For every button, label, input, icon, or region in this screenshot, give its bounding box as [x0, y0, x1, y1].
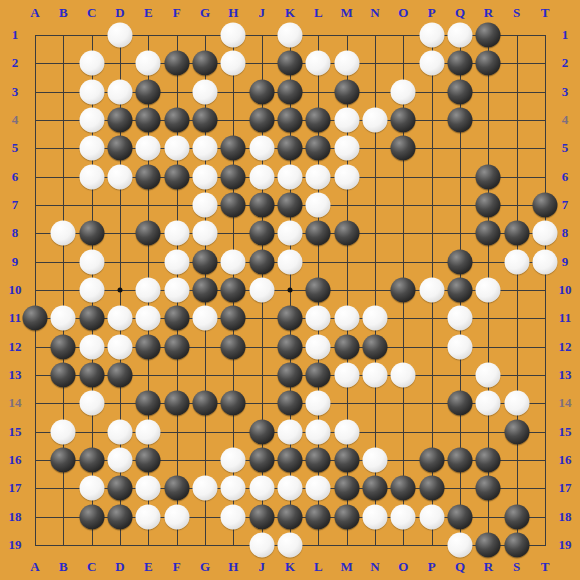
- stone-black: ●: [221, 306, 246, 331]
- column-label-top: Q: [455, 5, 465, 21]
- stone-white: ●: [51, 419, 76, 444]
- stone-white: ●: [334, 136, 359, 161]
- stone-white: ●: [108, 448, 133, 473]
- column-label-bottom: H: [228, 559, 238, 575]
- row-label-right: 11: [559, 310, 571, 326]
- row-label-left: 5: [12, 140, 19, 156]
- column-label-bottom: R: [484, 559, 493, 575]
- stone-white: ●: [533, 249, 558, 274]
- stone-black: ●: [136, 334, 161, 359]
- stone-black: ●: [278, 334, 303, 359]
- column-label-top: H: [228, 5, 238, 21]
- stone-white: ●: [334, 108, 359, 133]
- stone-white: ●: [193, 79, 218, 104]
- stone-white: ●: [193, 164, 218, 189]
- stone-black: ●: [476, 533, 501, 558]
- row-label-left: 1: [12, 27, 19, 43]
- row-label-right: 13: [559, 367, 572, 383]
- stone-white: ●: [249, 533, 274, 558]
- row-label-left: 17: [9, 480, 22, 496]
- column-label-bottom: F: [173, 559, 181, 575]
- stone-black: ●: [306, 221, 331, 246]
- stone-white: ●: [363, 504, 388, 529]
- column-label-bottom: J: [258, 559, 265, 575]
- stone-white: ●: [476, 278, 501, 303]
- column-label-top: C: [87, 5, 96, 21]
- column-label-bottom: A: [30, 559, 39, 575]
- row-label-left: 7: [12, 197, 19, 213]
- stone-black: ●: [334, 334, 359, 359]
- stone-black: ●: [221, 164, 246, 189]
- stone-black: ●: [164, 334, 189, 359]
- stone-white: ●: [79, 334, 104, 359]
- stone-white: ●: [448, 306, 473, 331]
- column-label-top: S: [513, 5, 520, 21]
- stone-black: ●: [193, 108, 218, 133]
- stone-white: ●: [79, 108, 104, 133]
- stone-black: ●: [221, 334, 246, 359]
- stone-white: ●: [306, 193, 331, 218]
- column-label-top: M: [341, 5, 353, 21]
- stone-black: ●: [504, 221, 529, 246]
- stone-black: ●: [79, 363, 104, 388]
- stone-black: ●: [448, 79, 473, 104]
- stone-black: ●: [136, 221, 161, 246]
- stone-white: ●: [533, 221, 558, 246]
- stone-black: ●: [476, 164, 501, 189]
- stone-white: ●: [419, 504, 444, 529]
- row-label-left: 8: [12, 225, 19, 241]
- stone-white: ●: [278, 419, 303, 444]
- stone-black: ●: [193, 249, 218, 274]
- row-label-left: 9: [12, 254, 19, 270]
- stone-white: ●: [136, 278, 161, 303]
- stone-white: ●: [79, 51, 104, 76]
- column-label-top: R: [484, 5, 493, 21]
- row-label-right: 4: [562, 112, 569, 128]
- stone-white: ●: [334, 363, 359, 388]
- column-label-top: P: [428, 5, 436, 21]
- row-label-right: 19: [559, 537, 572, 553]
- column-label-top: T: [541, 5, 550, 21]
- stone-black: ●: [419, 448, 444, 473]
- stone-black: ●: [476, 448, 501, 473]
- stone-white: ●: [164, 136, 189, 161]
- stone-black: ●: [23, 306, 48, 331]
- stone-black: ●: [278, 79, 303, 104]
- stone-black: ●: [164, 164, 189, 189]
- stone-black: ●: [504, 504, 529, 529]
- star-point: [288, 288, 293, 293]
- stone-black: ●: [278, 391, 303, 416]
- column-label-top: E: [144, 5, 153, 21]
- stone-black: ●: [448, 249, 473, 274]
- column-label-bottom: S: [513, 559, 520, 575]
- stone-white: ●: [363, 306, 388, 331]
- stone-black: ●: [136, 391, 161, 416]
- stone-white: ●: [108, 23, 133, 48]
- row-label-left: 15: [9, 424, 22, 440]
- row-label-right: 10: [559, 282, 572, 298]
- stone-white: ●: [79, 164, 104, 189]
- stone-black: ●: [306, 504, 331, 529]
- stone-white: ●: [221, 51, 246, 76]
- row-label-left: 2: [12, 55, 19, 71]
- stone-black: ●: [221, 391, 246, 416]
- stone-black: ●: [476, 51, 501, 76]
- stone-black: ●: [249, 504, 274, 529]
- row-label-left: 19: [9, 537, 22, 553]
- column-label-bottom: T: [541, 559, 550, 575]
- stone-white: ●: [306, 51, 331, 76]
- stone-white: ●: [79, 476, 104, 501]
- stone-white: ●: [249, 164, 274, 189]
- stone-black: ●: [363, 334, 388, 359]
- stone-black: ●: [164, 108, 189, 133]
- stone-black: ●: [79, 448, 104, 473]
- stone-white: ●: [79, 249, 104, 274]
- row-label-right: 14: [559, 395, 572, 411]
- stone-white: ●: [448, 533, 473, 558]
- stone-white: ●: [79, 391, 104, 416]
- stone-white: ●: [221, 448, 246, 473]
- column-label-top: A: [30, 5, 39, 21]
- row-label-right: 7: [562, 197, 569, 213]
- stone-white: ●: [221, 249, 246, 274]
- stone-white: ●: [334, 306, 359, 331]
- stone-black: ●: [476, 221, 501, 246]
- row-label-right: 2: [562, 55, 569, 71]
- stone-black: ●: [108, 504, 133, 529]
- column-label-top: B: [59, 5, 68, 21]
- stone-black: ●: [278, 51, 303, 76]
- stone-white: ●: [79, 278, 104, 303]
- stone-black: ●: [334, 448, 359, 473]
- stone-black: ●: [363, 476, 388, 501]
- go-board[interactable]: AABBCCDDEEFFGGHHJJKKLLMMNNOOPPQQRRSSTT11…: [0, 0, 580, 580]
- stone-white: ●: [249, 476, 274, 501]
- stone-white: ●: [391, 363, 416, 388]
- stone-white: ●: [164, 504, 189, 529]
- stone-black: ●: [533, 193, 558, 218]
- stone-white: ●: [363, 108, 388, 133]
- stone-white: ●: [448, 23, 473, 48]
- stone-white: ●: [306, 419, 331, 444]
- stone-white: ●: [306, 391, 331, 416]
- row-label-right: 9: [562, 254, 569, 270]
- stone-black: ●: [79, 306, 104, 331]
- column-label-top: N: [370, 5, 379, 21]
- stone-white: ●: [164, 221, 189, 246]
- stone-black: ●: [476, 23, 501, 48]
- stone-black: ●: [391, 278, 416, 303]
- column-label-bottom: O: [398, 559, 408, 575]
- stone-black: ●: [448, 391, 473, 416]
- stone-black: ●: [448, 108, 473, 133]
- row-label-left: 6: [12, 169, 19, 185]
- go-app-window: { "game": "go", "board": { "size": 19, "…: [0, 0, 580, 580]
- column-label-bottom: K: [285, 559, 295, 575]
- stone-white: ●: [476, 391, 501, 416]
- stone-white: ●: [278, 476, 303, 501]
- stone-black: ●: [278, 306, 303, 331]
- stone-black: ●: [164, 51, 189, 76]
- column-label-bottom: G: [200, 559, 210, 575]
- stone-white: ●: [164, 249, 189, 274]
- stone-white: ●: [391, 79, 416, 104]
- stone-black: ●: [334, 221, 359, 246]
- column-label-bottom: D: [115, 559, 124, 575]
- stone-black: ●: [249, 419, 274, 444]
- stone-black: ●: [108, 363, 133, 388]
- column-label-bottom: E: [144, 559, 153, 575]
- stone-black: ●: [249, 448, 274, 473]
- stone-white: ●: [504, 391, 529, 416]
- stone-white: ●: [249, 136, 274, 161]
- row-label-right: 17: [559, 480, 572, 496]
- column-label-bottom: L: [314, 559, 323, 575]
- stone-black: ●: [334, 504, 359, 529]
- stone-black: ●: [221, 136, 246, 161]
- row-label-left: 16: [9, 452, 22, 468]
- stone-black: ●: [278, 193, 303, 218]
- stone-black: ●: [51, 363, 76, 388]
- stone-black: ●: [448, 51, 473, 76]
- stone-black: ●: [249, 108, 274, 133]
- stone-white: ●: [136, 136, 161, 161]
- stone-black: ●: [504, 419, 529, 444]
- column-label-bottom: P: [428, 559, 436, 575]
- stone-white: ●: [108, 79, 133, 104]
- row-label-right: 8: [562, 225, 569, 241]
- row-label-right: 12: [559, 339, 572, 355]
- stone-white: ●: [136, 306, 161, 331]
- stone-white: ●: [334, 419, 359, 444]
- stone-black: ●: [136, 79, 161, 104]
- stone-white: ●: [363, 363, 388, 388]
- row-label-left: 13: [9, 367, 22, 383]
- stone-black: ●: [51, 334, 76, 359]
- stone-black: ●: [278, 363, 303, 388]
- stone-black: ●: [504, 533, 529, 558]
- stone-white: ●: [193, 193, 218, 218]
- stone-black: ●: [391, 476, 416, 501]
- stone-black: ●: [278, 504, 303, 529]
- row-label-right: 18: [559, 509, 572, 525]
- row-label-left: 11: [9, 310, 21, 326]
- row-label-left: 10: [9, 282, 22, 298]
- stone-white: ●: [391, 504, 416, 529]
- row-label-right: 1: [562, 27, 569, 43]
- stone-black: ●: [164, 306, 189, 331]
- stone-white: ●: [306, 164, 331, 189]
- row-label-left: 4: [12, 112, 19, 128]
- stone-black: ●: [448, 448, 473, 473]
- stone-white: ●: [108, 419, 133, 444]
- row-label-left: 12: [9, 339, 22, 355]
- stone-white: ●: [164, 278, 189, 303]
- row-label-right: 15: [559, 424, 572, 440]
- stone-black: ●: [306, 136, 331, 161]
- stone-white: ●: [221, 504, 246, 529]
- stone-white: ●: [448, 334, 473, 359]
- grid-line-vertical: [545, 35, 546, 546]
- stone-white: ●: [334, 51, 359, 76]
- stone-white: ●: [193, 476, 218, 501]
- stone-white: ●: [278, 249, 303, 274]
- stone-black: ●: [278, 136, 303, 161]
- stone-white: ●: [306, 476, 331, 501]
- row-label-right: 5: [562, 140, 569, 156]
- stone-black: ●: [448, 278, 473, 303]
- stone-white: ●: [221, 23, 246, 48]
- stone-black: ●: [334, 476, 359, 501]
- stone-white: ●: [108, 334, 133, 359]
- row-label-left: 18: [9, 509, 22, 525]
- stone-black: ●: [334, 79, 359, 104]
- stone-white: ●: [79, 136, 104, 161]
- column-label-top: L: [314, 5, 323, 21]
- column-label-top: D: [115, 5, 124, 21]
- stone-black: ●: [193, 51, 218, 76]
- stone-black: ●: [448, 504, 473, 529]
- stone-white: ●: [419, 51, 444, 76]
- stone-white: ●: [306, 334, 331, 359]
- stone-black: ●: [476, 193, 501, 218]
- stone-white: ●: [249, 278, 274, 303]
- column-label-top: K: [285, 5, 295, 21]
- stone-white: ●: [136, 476, 161, 501]
- stone-black: ●: [79, 221, 104, 246]
- stone-black: ●: [164, 476, 189, 501]
- stone-black: ●: [391, 108, 416, 133]
- row-label-right: 3: [562, 84, 569, 100]
- stone-black: ●: [306, 108, 331, 133]
- stone-white: ●: [334, 164, 359, 189]
- row-label-right: 6: [562, 169, 569, 185]
- stone-black: ●: [249, 221, 274, 246]
- stone-black: ●: [278, 108, 303, 133]
- stone-white: ●: [136, 419, 161, 444]
- stone-white: ●: [278, 221, 303, 246]
- stone-black: ●: [193, 278, 218, 303]
- star-point: [118, 288, 123, 293]
- stone-black: ●: [164, 391, 189, 416]
- column-label-top: O: [398, 5, 408, 21]
- row-label-right: 16: [559, 452, 572, 468]
- stone-black: ●: [108, 476, 133, 501]
- stone-white: ●: [221, 476, 246, 501]
- stone-black: ●: [249, 193, 274, 218]
- stone-white: ●: [136, 504, 161, 529]
- stone-white: ●: [419, 278, 444, 303]
- column-label-top: J: [258, 5, 265, 21]
- stone-white: ●: [193, 136, 218, 161]
- stone-white: ●: [363, 448, 388, 473]
- stone-white: ●: [419, 23, 444, 48]
- column-label-bottom: M: [341, 559, 353, 575]
- stone-white: ●: [278, 533, 303, 558]
- stone-white: ●: [193, 221, 218, 246]
- stone-black: ●: [221, 278, 246, 303]
- stone-black: ●: [419, 476, 444, 501]
- stone-black: ●: [108, 108, 133, 133]
- stone-black: ●: [136, 108, 161, 133]
- stone-black: ●: [136, 448, 161, 473]
- stone-white: ●: [51, 306, 76, 331]
- stone-black: ●: [306, 448, 331, 473]
- column-label-bottom: C: [87, 559, 96, 575]
- stone-white: ●: [278, 23, 303, 48]
- row-label-left: 14: [9, 395, 22, 411]
- stone-black: ●: [249, 79, 274, 104]
- column-label-bottom: N: [370, 559, 379, 575]
- row-label-left: 3: [12, 84, 19, 100]
- stone-white: ●: [51, 221, 76, 246]
- stone-black: ●: [79, 504, 104, 529]
- stone-white: ●: [476, 363, 501, 388]
- stone-white: ●: [79, 79, 104, 104]
- stone-black: ●: [221, 193, 246, 218]
- stone-white: ●: [136, 51, 161, 76]
- stone-white: ●: [278, 164, 303, 189]
- stone-black: ●: [51, 448, 76, 473]
- column-label-bottom: Q: [455, 559, 465, 575]
- stone-black: ●: [193, 391, 218, 416]
- stone-white: ●: [193, 306, 218, 331]
- stone-black: ●: [108, 136, 133, 161]
- stone-black: ●: [278, 448, 303, 473]
- column-label-top: F: [173, 5, 181, 21]
- column-label-top: G: [200, 5, 210, 21]
- stone-white: ●: [504, 249, 529, 274]
- grid-line-vertical: [517, 35, 518, 546]
- stone-black: ●: [306, 278, 331, 303]
- stone-white: ●: [108, 306, 133, 331]
- stone-black: ●: [136, 164, 161, 189]
- stone-black: ●: [249, 249, 274, 274]
- stone-black: ●: [476, 476, 501, 501]
- column-label-bottom: B: [59, 559, 68, 575]
- stone-black: ●: [391, 136, 416, 161]
- stone-black: ●: [306, 363, 331, 388]
- stone-white: ●: [306, 306, 331, 331]
- stone-white: ●: [108, 164, 133, 189]
